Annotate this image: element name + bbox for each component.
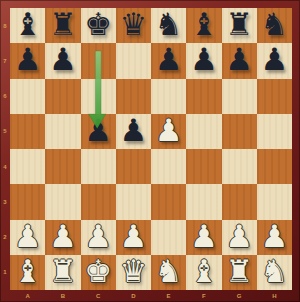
black-rook-g8[interactable]: ♜	[225, 9, 253, 40]
square-e2[interactable]	[151, 220, 186, 255]
square-b4[interactable]	[45, 149, 80, 184]
black-queen-d8[interactable]: ♛	[119, 9, 147, 40]
rank-label-5: 5	[0, 114, 10, 149]
square-d3[interactable]	[116, 184, 151, 219]
white-queen-d1[interactable]: ♛	[119, 256, 147, 287]
file-label-h: H	[257, 290, 292, 302]
black-pawn-h7[interactable]: ♟	[260, 44, 288, 75]
white-pawn-e5[interactable]: ♟	[155, 115, 183, 146]
square-d8[interactable]: ♛	[116, 8, 151, 43]
square-f7[interactable]: ♟	[186, 43, 221, 78]
black-pawn-a7[interactable]: ♟	[14, 44, 42, 75]
rank-label-8: 8	[0, 8, 10, 43]
square-g7[interactable]: ♟	[222, 43, 257, 78]
square-g5[interactable]	[222, 114, 257, 149]
square-a7[interactable]: ♟	[10, 43, 45, 78]
square-d4[interactable]	[116, 149, 151, 184]
black-bishop-f8[interactable]: ♝	[190, 9, 218, 40]
white-king-c1[interactable]: ♚	[84, 256, 112, 287]
file-label-c: C	[81, 290, 116, 302]
square-f6[interactable]	[186, 79, 221, 114]
square-h4[interactable]	[257, 149, 292, 184]
square-d2[interactable]: ♟	[116, 220, 151, 255]
square-f2[interactable]: ♟	[186, 220, 221, 255]
square-b8[interactable]: ♜	[45, 8, 80, 43]
square-h2[interactable]: ♟	[257, 220, 292, 255]
rank-label-2: 2	[0, 220, 10, 255]
black-knight-e8[interactable]: ♞	[155, 9, 183, 40]
black-pawn-c5[interactable]: ♟	[84, 115, 112, 146]
chess-board: ♝♜♚♛♞♝♜♞♟♟♟♟♟♟♟♟♟♟♟♟♟♟♟♟♝♜♚♛♞♝♜♞	[10, 8, 292, 290]
white-pawn-b2[interactable]: ♟	[49, 221, 77, 252]
square-d5[interactable]: ♟	[116, 114, 151, 149]
white-pawn-g2[interactable]: ♟	[225, 221, 253, 252]
square-e5[interactable]: ♟	[151, 114, 186, 149]
black-pawn-f7[interactable]: ♟	[190, 44, 218, 75]
square-f4[interactable]	[186, 149, 221, 184]
square-b5[interactable]	[45, 114, 80, 149]
white-pawn-c2[interactable]: ♟	[84, 221, 112, 252]
rank-label-3: 3	[0, 184, 10, 219]
black-rook-b8[interactable]: ♜	[49, 9, 77, 40]
black-king-c8[interactable]: ♚	[84, 9, 112, 40]
square-h8[interactable]: ♞	[257, 8, 292, 43]
square-c4[interactable]	[81, 149, 116, 184]
file-label-g: G	[222, 290, 257, 302]
black-bishop-a8[interactable]: ♝	[14, 9, 42, 40]
square-d1[interactable]: ♛	[116, 255, 151, 290]
rank-label-6: 6	[0, 79, 10, 114]
square-g2[interactable]: ♟	[222, 220, 257, 255]
rank-label-1: 1	[0, 255, 10, 290]
square-h7[interactable]: ♟	[257, 43, 292, 78]
square-b1[interactable]: ♜	[45, 255, 80, 290]
square-e1[interactable]: ♞	[151, 255, 186, 290]
square-g3[interactable]	[222, 184, 257, 219]
square-g1[interactable]: ♜	[222, 255, 257, 290]
rank-label-7: 7	[0, 43, 10, 78]
square-e6[interactable]	[151, 79, 186, 114]
square-g8[interactable]: ♜	[222, 8, 257, 43]
square-e8[interactable]: ♞	[151, 8, 186, 43]
file-label-a: A	[10, 290, 45, 302]
square-c3[interactable]	[81, 184, 116, 219]
black-pawn-b7[interactable]: ♟	[49, 44, 77, 75]
square-b3[interactable]	[45, 184, 80, 219]
file-label-b: B	[45, 290, 80, 302]
square-g6[interactable]	[222, 79, 257, 114]
square-c5[interactable]: ♟	[81, 114, 116, 149]
square-f1[interactable]: ♝	[186, 255, 221, 290]
square-f3[interactable]	[186, 184, 221, 219]
square-e4[interactable]	[151, 149, 186, 184]
file-label-e: E	[151, 290, 186, 302]
square-c8[interactable]: ♚	[81, 8, 116, 43]
square-c7[interactable]	[81, 43, 116, 78]
square-b7[interactable]: ♟	[45, 43, 80, 78]
white-knight-e1[interactable]: ♞	[155, 256, 183, 287]
square-c1[interactable]: ♚	[81, 255, 116, 290]
square-h6[interactable]	[257, 79, 292, 114]
black-knight-h8[interactable]: ♞	[260, 9, 288, 40]
white-knight-h1[interactable]: ♞	[260, 256, 288, 287]
white-pawn-f2[interactable]: ♟	[190, 221, 218, 252]
square-a1[interactable]: ♝	[10, 255, 45, 290]
square-a3[interactable]	[10, 184, 45, 219]
square-h1[interactable]: ♞	[257, 255, 292, 290]
white-pawn-a2[interactable]: ♟	[14, 221, 42, 252]
board-frame: ♝♜♚♛♞♝♜♞♟♟♟♟♟♟♟♟♟♟♟♟♟♟♟♟♝♜♚♛♞♝♜♞ 8765432…	[0, 0, 300, 302]
square-e3[interactable]	[151, 184, 186, 219]
square-b2[interactable]: ♟	[45, 220, 80, 255]
white-rook-g1[interactable]: ♜	[225, 256, 253, 287]
file-label-f: F	[186, 290, 221, 302]
square-c2[interactable]: ♟	[81, 220, 116, 255]
square-g4[interactable]	[222, 149, 257, 184]
square-f8[interactable]: ♝	[186, 8, 221, 43]
square-c6[interactable]	[81, 79, 116, 114]
square-d6[interactable]	[116, 79, 151, 114]
black-pawn-d5[interactable]: ♟	[119, 115, 147, 146]
square-a2[interactable]: ♟	[10, 220, 45, 255]
square-f5[interactable]	[186, 114, 221, 149]
square-h5[interactable]	[257, 114, 292, 149]
square-a6[interactable]	[10, 79, 45, 114]
white-bishop-a1[interactable]: ♝	[14, 256, 42, 287]
black-pawn-e7[interactable]: ♟	[155, 44, 183, 75]
square-d7[interactable]	[116, 43, 151, 78]
white-bishop-f1[interactable]: ♝	[190, 256, 218, 287]
file-label-d: D	[116, 290, 151, 302]
square-b6[interactable]	[45, 79, 80, 114]
white-pawn-d2[interactable]: ♟	[119, 221, 147, 252]
black-pawn-g7[interactable]: ♟	[225, 44, 253, 75]
square-e7[interactable]: ♟	[151, 43, 186, 78]
square-h3[interactable]	[257, 184, 292, 219]
square-a8[interactable]: ♝	[10, 8, 45, 43]
white-pawn-h2[interactable]: ♟	[260, 221, 288, 252]
square-a5[interactable]	[10, 114, 45, 149]
square-a4[interactable]	[10, 149, 45, 184]
rank-label-4: 4	[0, 149, 10, 184]
white-rook-b1[interactable]: ♜	[49, 256, 77, 287]
